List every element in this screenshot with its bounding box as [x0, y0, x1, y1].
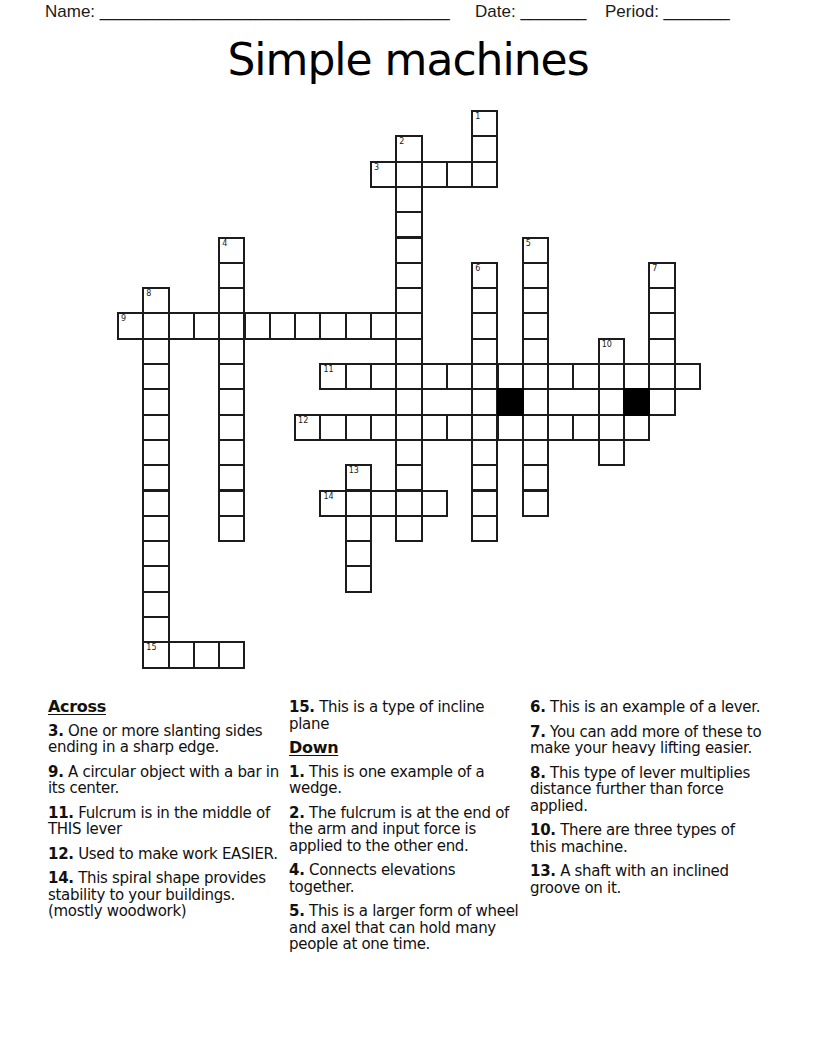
- grid-cell[interactable]: [522, 262, 549, 289]
- grid-cell[interactable]: [471, 464, 498, 491]
- grid-cell[interactable]: 12: [294, 414, 321, 441]
- grid-cell[interactable]: [395, 363, 422, 390]
- clue-item: 11. Fulcrum is in the middle of THIS lev…: [48, 805, 280, 838]
- grid-cell[interactable]: [446, 414, 473, 441]
- grid-cell[interactable]: [218, 388, 245, 415]
- grid-cell[interactable]: [421, 490, 448, 517]
- clue-item-number: 2.: [289, 804, 305, 822]
- grid-cell[interactable]: [218, 641, 245, 668]
- grid-cell[interactable]: [395, 262, 422, 289]
- grid-cell[interactable]: [471, 363, 498, 390]
- grid-cell[interactable]: [142, 540, 169, 567]
- grid-cell[interactable]: [471, 287, 498, 314]
- grid-cell[interactable]: [142, 490, 169, 517]
- grid-cell[interactable]: 11: [319, 363, 346, 390]
- clue-item: 13. A shaft with an inclined groove on i…: [530, 863, 762, 896]
- grid-cell[interactable]: [395, 312, 422, 339]
- grid-cell[interactable]: [598, 363, 625, 390]
- grid-cell[interactable]: [370, 490, 397, 517]
- clue-item-number: 1.: [289, 763, 305, 781]
- grid-cell[interactable]: [142, 338, 169, 365]
- grid-cell[interactable]: [522, 439, 549, 466]
- grid-cell[interactable]: [648, 287, 675, 314]
- clue-item-number: 4.: [289, 861, 305, 879]
- name-field: Name: __________________________________…: [45, 2, 450, 22]
- grid-cell[interactable]: [345, 565, 372, 592]
- clue-item-text: This is one example of a wedge.: [289, 763, 484, 798]
- grid-cell[interactable]: [142, 591, 169, 618]
- grid-cell[interactable]: [142, 616, 169, 643]
- clue-number: 2: [399, 137, 404, 146]
- grid-cell[interactable]: [522, 312, 549, 339]
- clue-item-number: 6.: [530, 698, 546, 716]
- clue-number: 1: [475, 112, 480, 121]
- grid-cell[interactable]: [572, 363, 599, 390]
- grid-cell[interactable]: [395, 439, 422, 466]
- clue-number: 7: [652, 264, 657, 273]
- clue-item: 10. There are three types of this machin…: [530, 822, 762, 855]
- grid-cell[interactable]: [294, 312, 321, 339]
- grid-cell[interactable]: [623, 414, 650, 441]
- grid-cell[interactable]: [218, 363, 245, 390]
- clue-item-number: 9.: [48, 763, 64, 781]
- grid-cell[interactable]: [269, 312, 296, 339]
- clue-number: 9: [121, 314, 126, 323]
- grid-cell[interactable]: [522, 338, 549, 365]
- name-blank-line[interactable]: _____________________________________: [100, 2, 450, 21]
- grid-cell[interactable]: 15: [142, 641, 169, 668]
- name-label: Name:: [45, 2, 95, 21]
- clue-number: 5: [526, 239, 531, 248]
- grid-cell[interactable]: [598, 414, 625, 441]
- clue-item-text: This type of lever multiplies distance f…: [530, 764, 750, 815]
- grid-cell[interactable]: [142, 439, 169, 466]
- clue-item: 8. This type of lever multiplies distanc…: [530, 765, 762, 815]
- clue-item-number: 5.: [289, 902, 305, 920]
- crossword-worksheet-page: Name: __________________________________…: [0, 0, 816, 1056]
- grid-cell[interactable]: [522, 363, 549, 390]
- clue-item-number: 10.: [530, 821, 556, 839]
- grid-cell[interactable]: [648, 388, 675, 415]
- clue-item: 3. One or more slanting sides ending in …: [48, 723, 280, 756]
- grid-cell[interactable]: 3: [370, 161, 397, 188]
- grid-cell[interactable]: 5: [522, 237, 549, 264]
- clue-item: 6. This is an example of a lever.: [530, 699, 762, 716]
- grid-cell[interactable]: [345, 490, 372, 517]
- clue-item: 4. Connects elevations together.: [289, 862, 521, 895]
- clue-number: 8: [146, 289, 151, 298]
- grid-cell[interactable]: [421, 363, 448, 390]
- grid-cell[interactable]: [218, 262, 245, 289]
- grid-cell[interactable]: [345, 540, 372, 567]
- grid-cell[interactable]: [598, 439, 625, 466]
- grid-cell[interactable]: [193, 312, 220, 339]
- clue-item-number: 11.: [48, 804, 74, 822]
- grid-cell[interactable]: [395, 414, 422, 441]
- grid-cell[interactable]: [218, 439, 245, 466]
- clue-item: 2. The fulcrum is at the end of the arm …: [289, 805, 521, 855]
- grid-cell[interactable]: [623, 363, 650, 390]
- grid-cell[interactable]: [395, 211, 422, 238]
- grid-cell[interactable]: [395, 464, 422, 491]
- clue-item-text: One or more slanting sides ending in a s…: [48, 722, 262, 757]
- grid-cell[interactable]: [142, 312, 169, 339]
- grid-cell[interactable]: [471, 338, 498, 365]
- grid-cell[interactable]: [648, 312, 675, 339]
- grid-cell[interactable]: [648, 338, 675, 365]
- grid-cell[interactable]: [648, 363, 675, 390]
- grid-cell[interactable]: 7: [648, 262, 675, 289]
- grid-cell[interactable]: [572, 414, 599, 441]
- clue-item-text: This spiral shape provides stability to …: [48, 869, 266, 920]
- clue-list-heading-down: Down: [289, 740, 521, 757]
- date-field: Date: _______: [475, 2, 587, 22]
- grid-cell[interactable]: [142, 363, 169, 390]
- grid-cell[interactable]: [471, 515, 498, 542]
- clue-item-text: This is an example of a lever.: [546, 698, 761, 716]
- grid-cell[interactable]: [218, 338, 245, 365]
- grid-cell[interactable]: [395, 338, 422, 365]
- clue-item-text: A shaft with an inclined groove on it.: [530, 862, 729, 897]
- grid-cell[interactable]: [345, 414, 372, 441]
- clue-item-number: 12.: [48, 845, 74, 863]
- grid-cell[interactable]: [218, 414, 245, 441]
- grid-cell[interactable]: [674, 363, 701, 390]
- clue-item-text: There are three types of this machine.: [530, 821, 735, 856]
- clue-item-number: 14.: [48, 869, 74, 887]
- clue-item-number: 8.: [530, 764, 546, 782]
- black-cell: [497, 388, 524, 415]
- grid-cell[interactable]: [218, 312, 245, 339]
- grid-cell[interactable]: 8: [142, 287, 169, 314]
- grid-cell[interactable]: 13: [345, 464, 372, 491]
- grid-cell[interactable]: [395, 490, 422, 517]
- clue-item-text: You can add more of these to make your h…: [530, 723, 761, 758]
- clue-item-number: 7.: [530, 723, 546, 741]
- grid-cell[interactable]: [370, 312, 397, 339]
- grid-cell[interactable]: 1: [471, 110, 498, 137]
- grid-cell[interactable]: [522, 414, 549, 441]
- clue-item-text: A circular object with a bar in its cent…: [48, 763, 279, 798]
- grid-cell[interactable]: [471, 161, 498, 188]
- grid-cell[interactable]: [421, 414, 448, 441]
- grid-cell[interactable]: [319, 312, 346, 339]
- clue-item: 9. A circular object with a bar in its c…: [48, 764, 280, 797]
- clue-item-number: 15.: [289, 698, 315, 716]
- grid-cell[interactable]: [218, 464, 245, 491]
- grid-cell[interactable]: [319, 414, 346, 441]
- grid-cell[interactable]: [370, 414, 397, 441]
- clue-column-1: Across3. One or more slanting sides endi…: [48, 699, 280, 928]
- grid-cell[interactable]: [598, 388, 625, 415]
- grid-cell[interactable]: 4: [218, 237, 245, 264]
- clue-item-text: Used to make work EASIER.: [74, 845, 278, 863]
- clue-number: 6: [475, 264, 480, 273]
- grid-cell[interactable]: [168, 641, 195, 668]
- grid-cell[interactable]: [142, 464, 169, 491]
- clue-item-text: The fulcrum is at the end of the arm and…: [289, 804, 509, 855]
- grid-cell[interactable]: 9: [117, 312, 144, 339]
- grid-cell[interactable]: [218, 490, 245, 517]
- grid-cell[interactable]: [142, 565, 169, 592]
- grid-cell[interactable]: [168, 312, 195, 339]
- date-blank-line[interactable]: _______: [520, 2, 586, 21]
- clue-item-text: Connects elevations together.: [289, 861, 455, 896]
- grid-cell[interactable]: [218, 287, 245, 314]
- grid-cell[interactable]: [547, 363, 574, 390]
- grid-cell[interactable]: [497, 363, 524, 390]
- grid-cell[interactable]: [522, 388, 549, 415]
- grid-cell[interactable]: 2: [395, 135, 422, 162]
- grid-cell[interactable]: [471, 388, 498, 415]
- clue-item: 7. You can add more of these to make you…: [530, 724, 762, 757]
- clue-number: 14: [323, 492, 333, 501]
- grid-cell[interactable]: [142, 515, 169, 542]
- grid-cell[interactable]: 10: [598, 338, 625, 365]
- grid-cell[interactable]: [395, 287, 422, 314]
- grid-cell[interactable]: [218, 515, 245, 542]
- page-title: Simple machines: [0, 34, 816, 85]
- clue-item-text: This is a type of incline plane: [289, 698, 484, 733]
- clue-number: 4: [222, 239, 227, 248]
- grid-cell[interactable]: [522, 287, 549, 314]
- grid-cell[interactable]: 6: [471, 262, 498, 289]
- clue-item: 12. Used to make work EASIER.: [48, 846, 280, 863]
- clue-list-heading-across: Across: [48, 699, 280, 716]
- grid-cell[interactable]: [471, 439, 498, 466]
- period-field: Period: _______: [605, 2, 730, 22]
- black-cell: [623, 388, 650, 415]
- clue-item: 1. This is one example of a wedge.: [289, 764, 521, 797]
- grid-cell[interactable]: 14: [319, 490, 346, 517]
- grid-cell[interactable]: [446, 161, 473, 188]
- grid-cell[interactable]: [370, 363, 397, 390]
- clue-item: 15. This is a type of incline plane: [289, 699, 521, 732]
- clue-item-number: 3.: [48, 722, 64, 740]
- clue-number: 10: [602, 340, 612, 349]
- grid-cell[interactable]: [471, 414, 498, 441]
- grid-cell[interactable]: [471, 135, 498, 162]
- grid-cell[interactable]: [142, 388, 169, 415]
- clue-item: 5. This is a larger form of wheel and ax…: [289, 903, 521, 953]
- clue-item-number: 13.: [530, 862, 556, 880]
- grid-cell[interactable]: [446, 363, 473, 390]
- grid-cell[interactable]: [193, 641, 220, 668]
- grid-cell[interactable]: [345, 515, 372, 542]
- grid-cell[interactable]: [471, 490, 498, 517]
- grid-cell[interactable]: [142, 414, 169, 441]
- grid-cell[interactable]: [522, 464, 549, 491]
- clue-column-3: 6. This is an example of a lever.7. You …: [530, 699, 762, 904]
- grid-cell[interactable]: [244, 312, 271, 339]
- clue-number: 3: [374, 163, 379, 172]
- clue-number: 15: [146, 643, 156, 652]
- grid-cell[interactable]: [345, 363, 372, 390]
- grid-cell[interactable]: [395, 161, 422, 188]
- clue-column-2: 15. This is a type of incline planeDown1…: [289, 699, 521, 961]
- clue-number: 11: [323, 365, 333, 374]
- period-blank-line[interactable]: _______: [664, 2, 730, 21]
- period-label: Period:: [605, 2, 659, 21]
- grid-cell[interactable]: [395, 237, 422, 264]
- clue-number: 13: [349, 466, 359, 475]
- grid-cell[interactable]: [497, 414, 524, 441]
- grid-cell[interactable]: [547, 414, 574, 441]
- grid-cell[interactable]: [395, 515, 422, 542]
- date-label: Date:: [475, 2, 516, 21]
- grid-cell[interactable]: [395, 186, 422, 213]
- clue-item-text: This is a larger form of wheel and axel …: [289, 902, 518, 953]
- clue-number: 12: [298, 416, 308, 425]
- grid-cell[interactable]: [421, 161, 448, 188]
- clue-item: 14. This spiral shape provides stability…: [48, 870, 280, 920]
- grid-cell[interactable]: [395, 388, 422, 415]
- grid-cell[interactable]: [522, 490, 549, 517]
- grid-cell[interactable]: [345, 312, 372, 339]
- clue-item-text: Fulcrum is in the middle of THIS lever: [48, 804, 270, 839]
- grid-cell[interactable]: [471, 312, 498, 339]
